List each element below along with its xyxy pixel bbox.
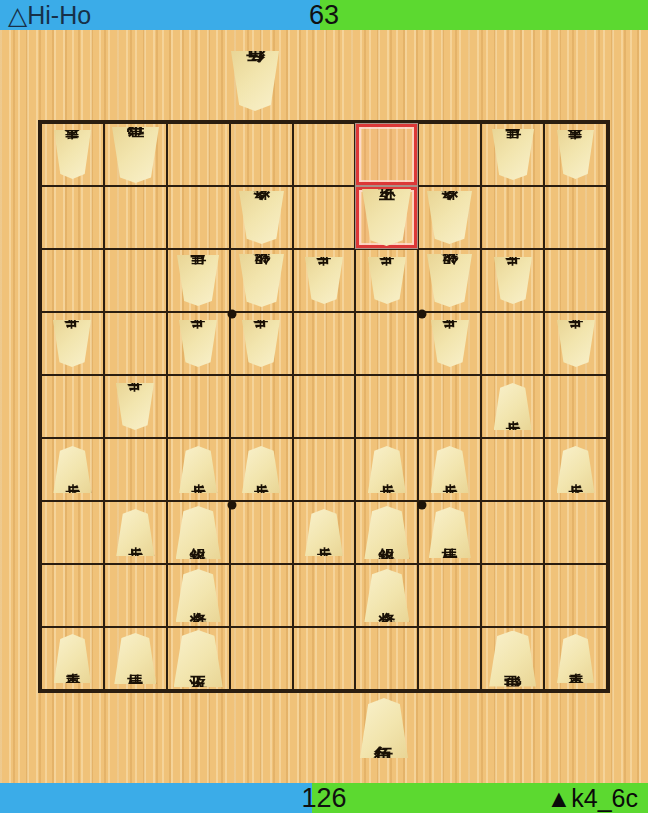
square-4c[interactable]: 歩兵	[355, 249, 418, 312]
gote-clock-bar: △Hi-Ho 63	[0, 0, 648, 30]
gote-knight-piece[interactable]: 桂馬	[492, 129, 534, 180]
shogi-app: △Hi-Ho 63 角行 香車飛車桂馬香車金将王将金将桂馬銀将歩兵歩兵銀将歩兵歩…	[0, 0, 648, 813]
hoshi-dot	[418, 501, 427, 510]
square-6h[interactable]	[230, 564, 293, 627]
square-1i[interactable]: 香車	[544, 627, 607, 690]
piece-kanji: 玉将	[189, 656, 207, 661]
gote-rook-piece[interactable]: 飛車	[112, 127, 159, 183]
square-2c[interactable]: 歩兵	[481, 249, 544, 312]
piece-kanji: 香車	[65, 152, 80, 157]
piece-kanji: 金将	[441, 215, 458, 220]
square-5a[interactable]	[293, 123, 356, 186]
square-7d[interactable]: 歩兵	[167, 312, 230, 375]
last-move-highlight	[356, 124, 417, 185]
square-6b[interactable]: 金将	[230, 186, 293, 249]
square-1a[interactable]: 香車	[544, 123, 607, 186]
square-9e[interactable]	[41, 375, 104, 438]
square-8f[interactable]	[104, 438, 167, 501]
piece-kanji: 歩兵	[316, 278, 331, 283]
square-6f[interactable]: 歩兵	[230, 438, 293, 501]
piece-kanji: 香車	[568, 656, 583, 661]
square-9b[interactable]	[41, 186, 104, 249]
hoshi-dot	[418, 310, 427, 319]
square-1h[interactable]	[544, 564, 607, 627]
piece-kanji: 桂馬	[127, 656, 143, 661]
square-7f[interactable]: 歩兵	[167, 438, 230, 501]
square-7h[interactable]: 金将	[167, 564, 230, 627]
square-5d[interactable]	[293, 312, 356, 375]
piece-kanji: 歩兵	[254, 467, 269, 472]
square-6d[interactable]: 歩兵	[230, 312, 293, 375]
gote-pawn-piece[interactable]: 歩兵	[179, 320, 217, 367]
square-2h[interactable]	[481, 564, 544, 627]
square-8e[interactable]: 歩兵	[104, 375, 167, 438]
sente-pawn-piece[interactable]: 歩兵	[179, 446, 217, 493]
sente-hand: 角行	[360, 698, 408, 758]
square-3i[interactable]	[418, 627, 481, 690]
sente-silver-piece[interactable]: 銀将	[176, 506, 221, 559]
sente-pawn-piece[interactable]: 歩兵	[368, 446, 406, 493]
square-9a[interactable]: 香車	[41, 123, 104, 186]
sente-lance-piece[interactable]: 香車	[557, 634, 594, 683]
gote-silver-piece[interactable]: 銀将	[427, 254, 472, 307]
gote-bishop-piece[interactable]: 角行	[231, 51, 279, 111]
piece-kanji: 歩兵	[568, 467, 583, 472]
piece-kanji: 歩兵	[128, 530, 143, 535]
square-4g[interactable]: 銀将	[355, 501, 418, 564]
square-6c[interactable]: 銀将	[230, 249, 293, 312]
sente-rook-piece[interactable]: 飛車	[489, 631, 536, 687]
square-1e[interactable]	[544, 375, 607, 438]
square-5e[interactable]	[293, 375, 356, 438]
sente-knight-piece[interactable]: 桂馬	[114, 633, 156, 684]
gote-gold-piece[interactable]: 金将	[239, 191, 284, 244]
gote-pawn-piece[interactable]: 歩兵	[557, 320, 595, 367]
square-6g[interactable]	[230, 501, 293, 564]
piece-kanji: 歩兵	[442, 341, 457, 346]
last-move-label: ▲k4_6c	[547, 784, 638, 813]
sente-pawn-piece[interactable]: 歩兵	[557, 446, 595, 493]
square-4d[interactable]	[355, 312, 418, 375]
piece-kanji: 銀将	[378, 530, 395, 535]
square-4f[interactable]: 歩兵	[355, 438, 418, 501]
piece-kanji: 飛車	[504, 656, 522, 661]
square-1d[interactable]: 歩兵	[544, 312, 607, 375]
gote-pawn-piece[interactable]: 歩兵	[53, 320, 91, 367]
square-9h[interactable]	[41, 564, 104, 627]
square-1c[interactable]	[544, 249, 607, 312]
piece-kanji: 王将	[378, 215, 396, 220]
piece-kanji: 金将	[253, 215, 270, 220]
sente-clock-fill	[0, 783, 312, 813]
piece-kanji: 歩兵	[316, 530, 331, 535]
square-6i[interactable]	[230, 627, 293, 690]
piece-kanji: 歩兵	[65, 341, 80, 346]
square-4i[interactable]	[355, 627, 418, 690]
square-9d[interactable]: 歩兵	[41, 312, 104, 375]
piece-kanji: 歩兵	[379, 467, 394, 472]
square-1f[interactable]: 歩兵	[544, 438, 607, 501]
square-7b[interactable]	[167, 186, 230, 249]
piece-kanji: 銀将	[441, 278, 458, 283]
square-2g[interactable]	[481, 501, 544, 564]
square-7a[interactable]	[167, 123, 230, 186]
piece-kanji: 歩兵	[254, 341, 269, 346]
square-4a[interactable]	[355, 123, 418, 186]
hoshi-dot	[227, 501, 236, 510]
square-8g[interactable]: 歩兵	[104, 501, 167, 564]
piece-kanji: 桂馬	[505, 152, 521, 157]
piece-kanji: 歩兵	[505, 404, 520, 409]
square-7c[interactable]: 桂馬	[167, 249, 230, 312]
sente-pawn-piece[interactable]: 歩兵	[494, 383, 532, 430]
piece-kanji: 歩兵	[568, 341, 583, 346]
square-2a[interactable]: 桂馬	[481, 123, 544, 186]
sente-pawn-piece[interactable]: 歩兵	[305, 509, 343, 556]
sente-king-piece[interactable]: 玉将	[174, 630, 223, 687]
square-8d[interactable]	[104, 312, 167, 375]
sente-pawn-piece[interactable]: 歩兵	[431, 446, 469, 493]
square-3h[interactable]	[418, 564, 481, 627]
piece-kanji: 歩兵	[505, 278, 520, 283]
piece-kanji: 歩兵	[191, 341, 206, 346]
shogi-board: 香車飛車桂馬香車金将王将金将桂馬銀将歩兵歩兵銀将歩兵歩兵歩兵歩兵歩兵歩兵歩兵歩兵…	[38, 120, 610, 693]
square-4e[interactable]	[355, 375, 418, 438]
square-8a[interactable]: 飛車	[104, 123, 167, 186]
piece-kanji: 角行	[246, 79, 265, 84]
square-2i[interactable]: 飛車	[481, 627, 544, 690]
square-3f[interactable]: 歩兵	[418, 438, 481, 501]
hoshi-dot	[227, 310, 236, 319]
gote-player-name: △Hi-Ho	[8, 1, 91, 30]
sente-bishop-piece[interactable]: 角行	[360, 698, 408, 758]
piece-kanji: 歩兵	[191, 467, 206, 472]
square-9c[interactable]	[41, 249, 104, 312]
sente-gold-piece[interactable]: 金将	[364, 569, 409, 622]
square-9i[interactable]: 香車	[41, 627, 104, 690]
piece-kanji: 飛車	[126, 152, 144, 157]
sente-clock-bar: 126 ▲k4_6c	[0, 783, 648, 813]
square-9f[interactable]: 歩兵	[41, 438, 104, 501]
piece-kanji: 角行	[375, 726, 394, 731]
board-area: 角行 香車飛車桂馬香車金将王将金将桂馬銀将歩兵歩兵銀将歩兵歩兵歩兵歩兵歩兵歩兵歩…	[0, 30, 648, 783]
piece-kanji: 歩兵	[128, 404, 143, 409]
gote-pawn-piece[interactable]: 歩兵	[116, 383, 154, 430]
square-5i[interactable]	[293, 627, 356, 690]
piece-kanji: 香車	[65, 656, 80, 661]
piece-kanji: 金将	[378, 593, 395, 598]
square-1g[interactable]	[544, 501, 607, 564]
square-8b[interactable]	[104, 186, 167, 249]
square-3g[interactable]: 桂馬	[418, 501, 481, 564]
gote-lance-piece[interactable]: 香車	[557, 130, 594, 179]
square-3e[interactable]	[418, 375, 481, 438]
square-6a[interactable]	[230, 123, 293, 186]
sente-pawn-piece[interactable]: 歩兵	[116, 509, 154, 556]
piece-kanji: 香車	[568, 152, 583, 157]
square-7i[interactable]: 玉将	[167, 627, 230, 690]
square-1b[interactable]	[544, 186, 607, 249]
square-3d[interactable]: 歩兵	[418, 312, 481, 375]
piece-kanji: 桂馬	[190, 278, 206, 283]
square-4h[interactable]: 金将	[355, 564, 418, 627]
square-6e[interactable]	[230, 375, 293, 438]
square-2f[interactable]	[481, 438, 544, 501]
square-5c[interactable]: 歩兵	[293, 249, 356, 312]
gote-silver-piece[interactable]: 銀将	[239, 254, 284, 307]
piece-kanji: 銀将	[190, 530, 207, 535]
gote-lance-piece[interactable]: 香車	[54, 130, 91, 179]
square-5f[interactable]	[293, 438, 356, 501]
gote-gold-piece[interactable]: 金将	[427, 191, 472, 244]
square-2d[interactable]	[481, 312, 544, 375]
square-8i[interactable]: 桂馬	[104, 627, 167, 690]
gote-pawn-piece[interactable]: 歩兵	[368, 257, 406, 304]
square-3a[interactable]	[418, 123, 481, 186]
sente-pawn-piece[interactable]: 歩兵	[53, 446, 91, 493]
square-3b[interactable]: 金将	[418, 186, 481, 249]
sente-pawn-piece[interactable]: 歩兵	[242, 446, 280, 493]
piece-kanji: 金将	[190, 593, 207, 598]
square-2e[interactable]: 歩兵	[481, 375, 544, 438]
square-9g[interactable]	[41, 501, 104, 564]
square-8h[interactable]	[104, 564, 167, 627]
square-3c[interactable]: 銀将	[418, 249, 481, 312]
square-5b[interactable]	[293, 186, 356, 249]
gote-pawn-piece[interactable]: 歩兵	[242, 320, 280, 367]
gote-clock-time: 63	[309, 0, 339, 31]
gote-pawn-piece[interactable]: 歩兵	[494, 257, 532, 304]
square-5g[interactable]: 歩兵	[293, 501, 356, 564]
piece-kanji: 歩兵	[379, 278, 394, 283]
square-7g[interactable]: 銀将	[167, 501, 230, 564]
square-8c[interactable]	[104, 249, 167, 312]
sente-knight-piece[interactable]: 桂馬	[429, 507, 471, 558]
square-4b[interactable]: 王将	[355, 186, 418, 249]
sente-silver-piece[interactable]: 銀将	[364, 506, 409, 559]
piece-kanji: 歩兵	[442, 467, 457, 472]
gote-hand: 角行	[231, 51, 279, 111]
piece-kanji: 歩兵	[65, 467, 80, 472]
gote-knight-piece[interactable]: 桂馬	[177, 255, 219, 306]
sente-gold-piece[interactable]: 金将	[176, 569, 221, 622]
gote-pawn-piece[interactable]: 歩兵	[305, 257, 343, 304]
gote-pawn-piece[interactable]: 歩兵	[431, 320, 469, 367]
gote-king-piece[interactable]: 王将	[362, 189, 411, 246]
square-5h[interactable]	[293, 564, 356, 627]
square-7e[interactable]	[167, 375, 230, 438]
sente-lance-piece[interactable]: 香車	[54, 634, 91, 683]
piece-kanji: 桂馬	[442, 530, 458, 535]
sente-clock-time: 126	[301, 783, 346, 813]
square-2b[interactable]	[481, 186, 544, 249]
piece-kanji: 銀将	[253, 278, 270, 283]
